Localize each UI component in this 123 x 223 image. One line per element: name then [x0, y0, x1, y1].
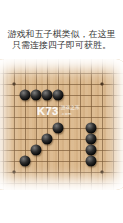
black-stone: [86, 123, 97, 134]
black-stone: [86, 134, 97, 145]
grid-line-vertical: [3, 59, 4, 190]
grid-line-horizontal: [0, 172, 123, 173]
grid-line-horizontal: [0, 183, 123, 184]
black-stone: [30, 145, 41, 156]
grid-line-horizontal: [0, 117, 123, 118]
instruction-line-1: 游戏和五子棋类似，在这里: [0, 29, 123, 40]
star-point: [101, 171, 104, 174]
black-stone: [41, 89, 52, 100]
grid-line-horizontal: [0, 73, 123, 74]
app-screen: 游戏和五子棋类似，在这里 只需连接四子即可获胜。 K73 游戏之家 .com: [0, 0, 123, 223]
grid-line-horizontal: [0, 84, 123, 85]
star-point: [12, 82, 15, 85]
black-stone: [86, 145, 97, 156]
star-point: [12, 171, 15, 174]
black-stone: [19, 156, 30, 167]
instruction-text: 游戏和五子棋类似，在这里 只需连接四子即可获胜。: [0, 29, 123, 51]
grid-line-horizontal: [0, 106, 123, 107]
grid-line-horizontal: [0, 150, 123, 151]
grid-line-vertical: [36, 59, 37, 190]
black-stone: [19, 89, 30, 100]
grid-line-vertical: [47, 59, 48, 190]
grid-line-vertical: [69, 59, 70, 190]
black-stone: [86, 156, 97, 167]
black-stone: [41, 134, 52, 145]
game-board[interactable]: [0, 59, 123, 190]
black-stone: [53, 123, 64, 134]
grid-line-horizontal: [0, 139, 123, 140]
grid-line-vertical: [80, 59, 81, 190]
grid-line-vertical: [113, 59, 114, 190]
black-stone: [53, 89, 64, 100]
star-point: [101, 82, 104, 85]
black-stone: [30, 89, 41, 100]
grid-line-vertical: [25, 59, 26, 190]
instruction-line-2: 只需连接四子即可获胜。: [0, 40, 123, 51]
